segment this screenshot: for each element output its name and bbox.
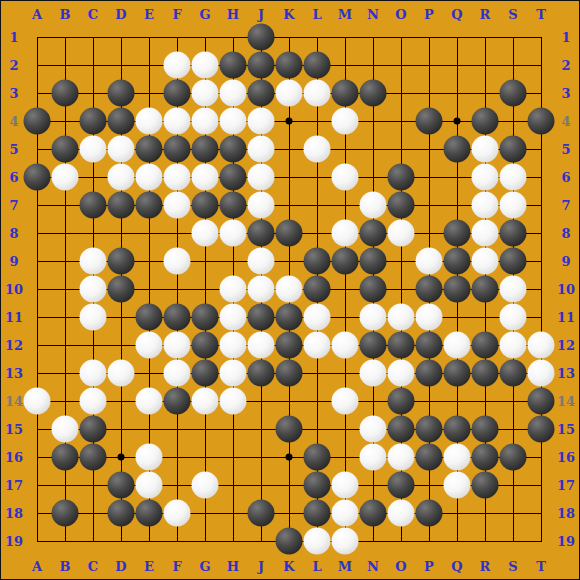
black-stone-D4 <box>108 108 135 135</box>
black-stone-T15 <box>528 416 555 443</box>
star-point-D16 <box>118 454 125 461</box>
black-stone-C7 <box>80 192 107 219</box>
white-stone-E17 <box>136 472 163 499</box>
black-stone-O14 <box>388 388 415 415</box>
black-stone-B16 <box>52 444 79 471</box>
row-label-right-1: 1 <box>561 30 570 45</box>
white-stone-H10 <box>220 276 247 303</box>
grid-hline <box>37 401 542 402</box>
col-label-bottom-C: C <box>88 559 98 574</box>
star-point-Q4 <box>454 118 461 125</box>
white-stone-D6 <box>108 164 135 191</box>
black-stone-E7 <box>136 192 163 219</box>
black-stone-O7 <box>388 192 415 219</box>
white-stone-Q12 <box>444 332 471 359</box>
black-stone-B18 <box>52 500 79 527</box>
row-label-left-8: 8 <box>9 226 18 241</box>
black-stone-H6 <box>220 164 247 191</box>
col-label-bottom-J: J <box>258 559 264 574</box>
black-stone-D18 <box>108 500 135 527</box>
row-label-right-19: 19 <box>557 534 575 549</box>
row-label-right-3: 3 <box>561 86 570 101</box>
white-stone-T13 <box>528 360 555 387</box>
black-stone-K11 <box>276 304 303 331</box>
col-label-bottom-F: F <box>172 559 181 574</box>
white-stone-M4 <box>332 108 359 135</box>
black-stone-K15 <box>276 416 303 443</box>
white-stone-T12 <box>528 332 555 359</box>
black-stone-R4 <box>472 108 499 135</box>
col-label-top-S: S <box>508 7 517 22</box>
black-stone-D7 <box>108 192 135 219</box>
white-stone-Q17 <box>444 472 471 499</box>
white-stone-O18 <box>388 500 415 527</box>
black-stone-K13 <box>276 360 303 387</box>
white-stone-B6 <box>52 164 79 191</box>
col-label-bottom-G: G <box>199 559 210 574</box>
black-stone-J8 <box>248 220 275 247</box>
row-label-right-4: 4 <box>561 114 570 129</box>
black-stone-S8 <box>500 220 527 247</box>
white-stone-G2 <box>192 52 219 79</box>
white-stone-G6 <box>192 164 219 191</box>
row-label-left-13: 13 <box>5 366 23 381</box>
white-stone-P11 <box>416 304 443 331</box>
col-label-bottom-H: H <box>227 559 239 574</box>
black-stone-S3 <box>500 80 527 107</box>
col-label-top-P: P <box>424 7 434 22</box>
black-stone-Q13 <box>444 360 471 387</box>
black-stone-F5 <box>164 136 191 163</box>
black-stone-G5 <box>192 136 219 163</box>
white-stone-H3 <box>220 80 247 107</box>
white-stone-H8 <box>220 220 247 247</box>
black-stone-L10 <box>304 276 331 303</box>
white-stone-J10 <box>248 276 275 303</box>
black-stone-P10 <box>416 276 443 303</box>
white-stone-O16 <box>388 444 415 471</box>
white-stone-F2 <box>164 52 191 79</box>
col-label-top-J: J <box>258 7 264 22</box>
black-stone-F14 <box>164 388 191 415</box>
black-stone-S13 <box>500 360 527 387</box>
row-label-left-17: 17 <box>5 478 23 493</box>
white-stone-D13 <box>108 360 135 387</box>
col-label-bottom-S: S <box>508 559 517 574</box>
white-stone-R7 <box>472 192 499 219</box>
row-label-left-10: 10 <box>5 282 23 297</box>
white-stone-F13 <box>164 360 191 387</box>
black-stone-Q8 <box>444 220 471 247</box>
white-stone-S6 <box>500 164 527 191</box>
white-stone-R6 <box>472 164 499 191</box>
black-stone-P13 <box>416 360 443 387</box>
col-label-bottom-P: P <box>424 559 434 574</box>
row-label-right-11: 11 <box>557 310 575 325</box>
white-stone-K3 <box>276 80 303 107</box>
black-stone-R15 <box>472 416 499 443</box>
white-stone-C10 <box>80 276 107 303</box>
white-stone-H11 <box>220 304 247 331</box>
black-stone-P16 <box>416 444 443 471</box>
white-stone-C14 <box>80 388 107 415</box>
row-label-right-16: 16 <box>557 450 575 465</box>
white-stone-M6 <box>332 164 359 191</box>
white-stone-O13 <box>388 360 415 387</box>
black-stone-P15 <box>416 416 443 443</box>
black-stone-B5 <box>52 136 79 163</box>
white-stone-M14 <box>332 388 359 415</box>
white-stone-L3 <box>304 80 331 107</box>
col-label-bottom-R: R <box>480 559 491 574</box>
col-label-top-D: D <box>115 7 126 22</box>
black-stone-F11 <box>164 304 191 331</box>
row-label-right-14: 14 <box>557 394 575 409</box>
col-label-top-R: R <box>480 7 491 22</box>
col-label-bottom-L: L <box>312 559 321 574</box>
row-label-right-17: 17 <box>557 478 575 493</box>
col-label-top-B: B <box>60 7 71 22</box>
black-stone-J3 <box>248 80 275 107</box>
white-stone-H4 <box>220 108 247 135</box>
white-stone-S11 <box>500 304 527 331</box>
row-label-right-18: 18 <box>557 506 575 521</box>
col-label-bottom-Q: Q <box>451 559 462 574</box>
col-label-top-O: O <box>395 7 406 22</box>
white-stone-G14 <box>192 388 219 415</box>
black-stone-Q15 <box>444 416 471 443</box>
black-stone-Q10 <box>444 276 471 303</box>
col-label-bottom-M: M <box>338 559 352 574</box>
white-stone-F6 <box>164 164 191 191</box>
white-stone-H12 <box>220 332 247 359</box>
black-stone-N10 <box>360 276 387 303</box>
black-stone-F3 <box>164 80 191 107</box>
black-stone-M9 <box>332 248 359 275</box>
white-stone-J7 <box>248 192 275 219</box>
white-stone-J9 <box>248 248 275 275</box>
black-stone-C16 <box>80 444 107 471</box>
col-label-top-G: G <box>199 7 210 22</box>
white-stone-E4 <box>136 108 163 135</box>
row-label-left-11: 11 <box>5 310 23 325</box>
white-stone-L11 <box>304 304 331 331</box>
row-label-left-14: 14 <box>5 394 23 409</box>
black-stone-N3 <box>360 80 387 107</box>
row-label-right-7: 7 <box>561 198 570 213</box>
row-label-right-12: 12 <box>557 338 575 353</box>
black-stone-J1 <box>248 24 275 51</box>
white-stone-J6 <box>248 164 275 191</box>
row-label-left-12: 12 <box>5 338 23 353</box>
col-label-top-N: N <box>367 7 379 22</box>
white-stone-F18 <box>164 500 191 527</box>
black-stone-T4 <box>528 108 555 135</box>
white-stone-C13 <box>80 360 107 387</box>
col-label-bottom-N: N <box>367 559 379 574</box>
white-stone-N13 <box>360 360 387 387</box>
white-stone-N16 <box>360 444 387 471</box>
white-stone-N7 <box>360 192 387 219</box>
col-label-bottom-A: A <box>32 559 42 574</box>
star-point-K16 <box>286 454 293 461</box>
white-stone-P9 <box>416 248 443 275</box>
white-stone-M8 <box>332 220 359 247</box>
black-stone-E5 <box>136 136 163 163</box>
white-stone-M18 <box>332 500 359 527</box>
white-stone-S7 <box>500 192 527 219</box>
row-label-left-16: 16 <box>5 450 23 465</box>
row-label-right-6: 6 <box>561 170 570 185</box>
white-stone-O11 <box>388 304 415 331</box>
col-label-bottom-D: D <box>115 559 126 574</box>
white-stone-H13 <box>220 360 247 387</box>
row-label-left-19: 19 <box>5 534 23 549</box>
col-label-top-L: L <box>312 7 321 22</box>
col-label-bottom-K: K <box>283 559 294 574</box>
black-stone-E11 <box>136 304 163 331</box>
black-stone-K2 <box>276 52 303 79</box>
col-label-bottom-O: O <box>395 559 406 574</box>
black-stone-B3 <box>52 80 79 107</box>
col-label-top-E: E <box>144 7 154 22</box>
white-stone-C5 <box>80 136 107 163</box>
row-label-left-7: 7 <box>9 198 18 213</box>
white-stone-A14 <box>24 388 51 415</box>
row-label-right-5: 5 <box>561 142 570 157</box>
white-stone-R8 <box>472 220 499 247</box>
black-stone-O15 <box>388 416 415 443</box>
black-stone-G7 <box>192 192 219 219</box>
white-stone-G4 <box>192 108 219 135</box>
row-label-right-2: 2 <box>561 58 570 73</box>
black-stone-N9 <box>360 248 387 275</box>
row-label-left-6: 6 <box>9 170 18 185</box>
white-stone-N11 <box>360 304 387 331</box>
black-stone-S9 <box>500 248 527 275</box>
black-stone-L18 <box>304 500 331 527</box>
row-label-left-1: 1 <box>9 30 18 45</box>
row-label-right-15: 15 <box>557 422 575 437</box>
black-stone-P18 <box>416 500 443 527</box>
black-stone-K8 <box>276 220 303 247</box>
col-label-top-H: H <box>227 7 239 22</box>
col-label-top-M: M <box>338 7 352 22</box>
row-label-left-2: 2 <box>9 58 18 73</box>
black-stone-R10 <box>472 276 499 303</box>
white-stone-B15 <box>52 416 79 443</box>
row-label-left-9: 9 <box>9 254 18 269</box>
white-stone-E16 <box>136 444 163 471</box>
white-stone-J12 <box>248 332 275 359</box>
black-stone-H2 <box>220 52 247 79</box>
col-label-top-C: C <box>88 7 98 22</box>
col-label-top-A: A <box>32 7 42 22</box>
white-stone-M17 <box>332 472 359 499</box>
black-stone-L2 <box>304 52 331 79</box>
black-stone-J13 <box>248 360 275 387</box>
black-stone-G13 <box>192 360 219 387</box>
white-stone-L12 <box>304 332 331 359</box>
black-stone-P12 <box>416 332 443 359</box>
black-stone-H5 <box>220 136 247 163</box>
row-label-right-8: 8 <box>561 226 570 241</box>
black-stone-S16 <box>500 444 527 471</box>
white-stone-M12 <box>332 332 359 359</box>
row-label-right-9: 9 <box>561 254 570 269</box>
black-stone-L9 <box>304 248 331 275</box>
white-stone-F4 <box>164 108 191 135</box>
col-label-bottom-T: T <box>536 559 546 574</box>
white-stone-S12 <box>500 332 527 359</box>
black-stone-Q5 <box>444 136 471 163</box>
black-stone-Q9 <box>444 248 471 275</box>
row-label-left-5: 5 <box>9 142 18 157</box>
white-stone-C9 <box>80 248 107 275</box>
white-stone-H14 <box>220 388 247 415</box>
row-label-right-13: 13 <box>557 366 575 381</box>
black-stone-D9 <box>108 248 135 275</box>
star-point-K4 <box>286 118 293 125</box>
white-stone-R5 <box>472 136 499 163</box>
white-stone-J4 <box>248 108 275 135</box>
black-stone-N18 <box>360 500 387 527</box>
black-stone-K12 <box>276 332 303 359</box>
white-stone-J5 <box>248 136 275 163</box>
white-stone-F7 <box>164 192 191 219</box>
row-label-left-15: 15 <box>5 422 23 437</box>
white-stone-M19 <box>332 528 359 555</box>
white-stone-G8 <box>192 220 219 247</box>
black-stone-S5 <box>500 136 527 163</box>
black-stone-A4 <box>24 108 51 135</box>
black-stone-L17 <box>304 472 331 499</box>
black-stone-J18 <box>248 500 275 527</box>
black-stone-H7 <box>220 192 247 219</box>
white-stone-E6 <box>136 164 163 191</box>
black-stone-N12 <box>360 332 387 359</box>
row-label-left-3: 3 <box>9 86 18 101</box>
black-stone-R16 <box>472 444 499 471</box>
col-label-top-K: K <box>283 7 294 22</box>
black-stone-G11 <box>192 304 219 331</box>
white-stone-C11 <box>80 304 107 331</box>
black-stone-D17 <box>108 472 135 499</box>
black-stone-O6 <box>388 164 415 191</box>
white-stone-R9 <box>472 248 499 275</box>
white-stone-L5 <box>304 136 331 163</box>
black-stone-O17 <box>388 472 415 499</box>
goban[interactable]: AA11BB22CC33DD44EE55FF66GG77HH88JJ99KK10… <box>0 0 580 580</box>
black-stone-R17 <box>472 472 499 499</box>
white-stone-F12 <box>164 332 191 359</box>
black-stone-P4 <box>416 108 443 135</box>
white-stone-Q16 <box>444 444 471 471</box>
black-stone-T14 <box>528 388 555 415</box>
black-stone-E18 <box>136 500 163 527</box>
black-stone-G12 <box>192 332 219 359</box>
black-stone-O12 <box>388 332 415 359</box>
black-stone-K19 <box>276 528 303 555</box>
white-stone-E12 <box>136 332 163 359</box>
black-stone-A6 <box>24 164 51 191</box>
black-stone-J2 <box>248 52 275 79</box>
white-stone-F9 <box>164 248 191 275</box>
black-stone-N8 <box>360 220 387 247</box>
black-stone-C4 <box>80 108 107 135</box>
black-stone-J11 <box>248 304 275 331</box>
col-label-top-T: T <box>536 7 546 22</box>
row-label-left-18: 18 <box>5 506 23 521</box>
col-label-top-F: F <box>172 7 181 22</box>
black-stone-D10 <box>108 276 135 303</box>
black-stone-L16 <box>304 444 331 471</box>
white-stone-D5 <box>108 136 135 163</box>
white-stone-K10 <box>276 276 303 303</box>
black-stone-R13 <box>472 360 499 387</box>
black-stone-M3 <box>332 80 359 107</box>
black-stone-R12 <box>472 332 499 359</box>
col-label-top-Q: Q <box>451 7 462 22</box>
row-label-left-4: 4 <box>9 114 18 129</box>
black-stone-C15 <box>80 416 107 443</box>
white-stone-S10 <box>500 276 527 303</box>
white-stone-G17 <box>192 472 219 499</box>
col-label-bottom-E: E <box>144 559 154 574</box>
white-stone-O8 <box>388 220 415 247</box>
white-stone-L19 <box>304 528 331 555</box>
white-stone-N15 <box>360 416 387 443</box>
white-stone-E14 <box>136 388 163 415</box>
black-stone-D3 <box>108 80 135 107</box>
row-label-right-10: 10 <box>557 282 575 297</box>
col-label-bottom-B: B <box>60 559 71 574</box>
white-stone-G3 <box>192 80 219 107</box>
